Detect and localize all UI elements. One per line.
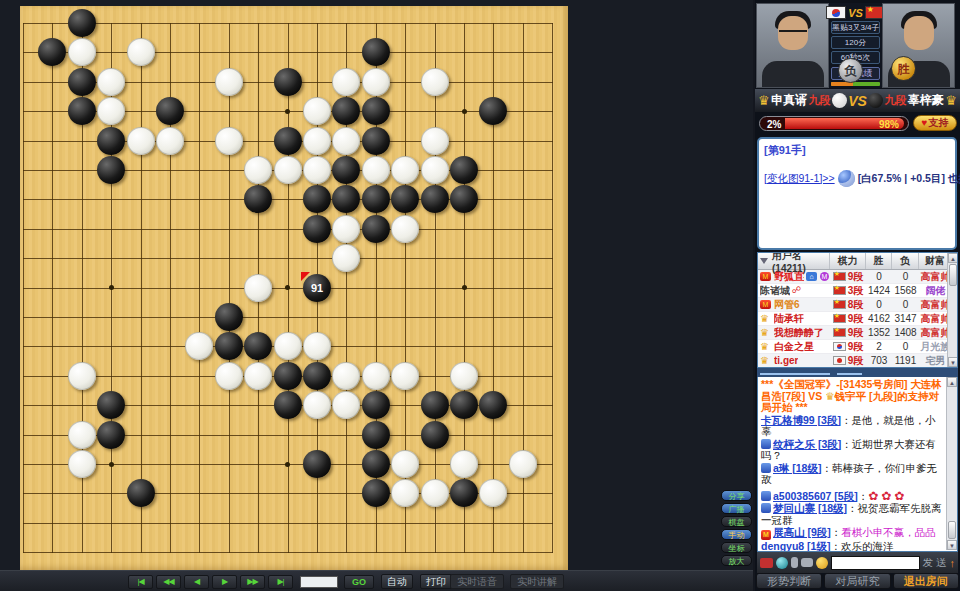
globe-icon[interactable]	[776, 557, 788, 569]
black-stone	[362, 479, 390, 507]
board-side-buttons: 分享广播棋盘手动坐标放大	[721, 488, 752, 568]
wins-cell: 0	[866, 270, 892, 283]
send-button[interactable]: 发 送	[923, 556, 947, 570]
strength-cell: 3段	[830, 284, 866, 297]
wins-cell: 0	[866, 298, 892, 311]
user-name: 网管6	[774, 298, 800, 312]
table-body: M野狐直播1⌂M9段00高富帅陈诸城☍3段14241568阔佬M网管68段00高…	[758, 270, 957, 368]
ai-engine-icon	[838, 170, 855, 187]
table-scrollbar[interactable]: ▲ ▼	[947, 253, 957, 367]
pin-icon: ☍	[792, 286, 803, 295]
chat-message: 纹枰之乐 [3段]：近期世界大赛还有吗？	[761, 439, 945, 462]
situation-judge-button[interactable]: 形势判断	[756, 573, 822, 589]
star-point	[285, 285, 290, 290]
black-stone	[450, 391, 478, 419]
strength-cell: 9段	[830, 270, 866, 283]
chat-scrollbar[interactable]: ▲ ▼	[946, 377, 957, 550]
first-move-button[interactable]: |◀	[128, 575, 153, 589]
black-stone	[362, 421, 390, 449]
white-stone	[362, 362, 390, 390]
star-point	[109, 462, 114, 467]
korea-flag-icon	[826, 6, 846, 19]
user-cell: M网管6	[758, 298, 830, 311]
white-stone	[303, 391, 331, 419]
live-voice-button[interactable]: 实时语音	[450, 574, 504, 589]
user-cell: ♛陆承轩	[758, 312, 830, 325]
white-stone	[391, 450, 419, 478]
rose-icon: ✿	[894, 489, 904, 503]
black-stone	[450, 156, 478, 184]
goban[interactable]: 91	[20, 6, 568, 570]
black-stone	[68, 9, 96, 37]
black-stone	[127, 479, 155, 507]
white-stone	[421, 479, 449, 507]
move-number-input[interactable]	[300, 576, 338, 588]
rose-icon: ✿	[868, 489, 878, 503]
black-stone	[362, 391, 390, 419]
black-stone	[362, 38, 390, 66]
grid-line	[23, 317, 553, 318]
strength-cell: 9段	[830, 354, 866, 367]
support-button[interactable]: ♥支持	[913, 115, 957, 131]
black-stone	[391, 185, 419, 213]
white-stone	[185, 332, 213, 360]
vs-label: VS	[848, 93, 867, 109]
crown-icon: ♛	[760, 356, 771, 365]
chat-text: 看棋小申不赢，品品	[841, 526, 936, 538]
crown-icon: ♛	[825, 390, 834, 402]
white-stone	[391, 362, 419, 390]
svip-icon: M	[760, 272, 771, 281]
grid-line	[23, 523, 553, 524]
right-player-rank: 九段	[885, 93, 907, 108]
jp-flag-icon	[833, 356, 846, 365]
star-point	[285, 462, 290, 467]
star-point	[462, 285, 467, 290]
scroll-down-icon[interactable]: ▼	[947, 540, 957, 550]
chat-message: a琳 [18级]：韩棒孩子，你们申爹无敌	[761, 463, 945, 486]
white-stone	[362, 156, 390, 184]
losses-cell: 0	[892, 298, 919, 311]
move-number-label: 91	[303, 274, 331, 302]
side-button-分享[interactable]: 分享	[721, 490, 752, 501]
left-player-name: 申真谞	[771, 92, 807, 109]
white-stone	[97, 97, 125, 125]
left-player-result-badge: 负	[838, 58, 863, 83]
last-move-stone: 91	[303, 274, 331, 302]
black-stone	[332, 156, 360, 184]
chat-colon: ：	[830, 540, 841, 552]
black-stone	[303, 450, 331, 478]
chat-announcement: ***《全国冠军》-[31435号房间] 大连林昌浩[7段] VS ♛钱宇平 […	[761, 379, 945, 414]
black-stone	[362, 215, 390, 243]
camera-icon[interactable]	[760, 558, 773, 568]
wins-cell: 1424	[866, 284, 892, 297]
black-stone	[274, 127, 302, 155]
losses-cell: 1408	[892, 326, 919, 339]
black-stone	[97, 391, 125, 419]
white-stone	[509, 450, 537, 478]
chat-user-link[interactable]: 梦回山寨 [18级]	[773, 502, 847, 514]
table-row[interactable]: ♛我想静静了9段13521408高富帅	[758, 326, 957, 340]
white-stone	[68, 421, 96, 449]
cn-flag-icon	[833, 328, 846, 337]
black-stone	[332, 97, 360, 125]
white-stone	[332, 68, 360, 96]
white-stone	[450, 362, 478, 390]
white-stone	[274, 156, 302, 184]
ai-info-panel: [第91手] [变化图91-1]>> [白67.5% | +0.5目] 也挺好	[757, 137, 957, 250]
user-name: 陈诸城	[760, 284, 790, 298]
crown-icon: M	[761, 530, 771, 540]
chat-message-input[interactable]	[831, 556, 920, 570]
strength-cell: 8段	[830, 298, 866, 311]
chat-message: 卡瓦格博99 [3段]：是他，就是他，小辜	[761, 415, 945, 438]
black-stone	[68, 97, 96, 125]
chat-colon: ：	[821, 462, 832, 474]
side-button-放大[interactable]: 放大	[721, 555, 752, 566]
left-support-pct: 2%	[767, 118, 781, 131]
fast-forward-button[interactable]: ▶▶	[240, 575, 265, 589]
white-stone	[332, 127, 360, 155]
white-stone	[421, 68, 449, 96]
losses-cell: 3147	[892, 312, 919, 325]
rank-label: 9段	[848, 326, 864, 340]
chat-text: 欢乐的海洋	[841, 540, 894, 552]
fast-back-button[interactable]: ◀◀	[156, 575, 181, 589]
ai-eval-text: [白67.5% | +0.5目] 也挺好	[858, 172, 960, 186]
rank-label: 3段	[848, 284, 864, 298]
white-stone	[215, 68, 243, 96]
right-panel: VS 黑贴3又3/4子 120分 60秒5次 历史战绩 负 胜 ♛ 申真谞 九段	[755, 0, 960, 591]
forward-button[interactable]: ▶	[212, 575, 237, 589]
cn-flag-icon	[833, 300, 846, 309]
exit-room-button[interactable]: 退出房间	[893, 573, 959, 589]
heart-icon: ♥	[922, 117, 928, 128]
chat-colon: ：	[858, 490, 869, 502]
white-stone	[127, 38, 155, 66]
komi-rule: 黑贴3又3/4子	[831, 21, 880, 34]
white-stone	[68, 362, 96, 390]
table-row[interactable]: M野狐直播1⌂M9段00高富帅	[758, 270, 957, 284]
losses-cell: 0	[892, 270, 919, 283]
user-name: ti.ger	[774, 355, 798, 366]
chat-user-link[interactable]: 展高山 [9段]	[773, 526, 831, 538]
grid-line	[552, 23, 553, 553]
white-stone	[244, 156, 272, 184]
white-stone	[303, 332, 331, 360]
blue-icon	[761, 491, 771, 501]
crown-icon: ♛	[760, 328, 771, 337]
last-move-button[interactable]: ▶|	[268, 575, 293, 589]
black-stone	[362, 450, 390, 478]
scroll-up-icon[interactable]: ▲	[947, 377, 957, 387]
home-icon: ⌂	[806, 272, 817, 281]
user-cell: ♛ti.ger	[758, 354, 830, 367]
black-stone	[421, 421, 449, 449]
black-stone	[362, 127, 390, 155]
room-buttons: 形势判断对局研究退出房间	[756, 573, 959, 589]
chat-input-row: 发 送 ↑	[757, 552, 958, 573]
chat-colon: ：	[841, 438, 852, 450]
filter-icon[interactable]	[760, 258, 768, 264]
table-row[interactable]: ♛白金之星9段20月光族	[758, 340, 957, 354]
right-player-name: 辜梓豪	[908, 92, 944, 109]
losses-cell: 1568	[892, 284, 919, 297]
spectator-table: 用户名(14211) 棋力 胜 负 财富 M野狐直播1⌂M9段00高富帅陈诸城☍…	[757, 252, 958, 368]
white-stone	[332, 215, 360, 243]
kr-flag-icon	[833, 342, 846, 351]
user-name: 陆承轩	[774, 312, 804, 326]
white-stone	[362, 68, 390, 96]
table-header: 用户名(14211) 棋力 胜 负 财富	[758, 253, 957, 270]
rank-label: 9段	[848, 270, 864, 284]
user-cell: ♛我想静静了	[758, 326, 830, 339]
go-button[interactable]: GO	[344, 575, 374, 589]
scroll-down-icon[interactable]: ▼	[948, 357, 958, 367]
star-point	[109, 285, 114, 290]
user-name: 白金之星	[774, 340, 814, 354]
wins-cell: 4162	[866, 312, 892, 325]
losses-cell: 0	[892, 340, 919, 353]
black-stone	[479, 391, 507, 419]
black-stone	[421, 185, 449, 213]
wins-cell: 1352	[866, 326, 892, 339]
chat-message: dengyu8 [1级]：欢乐的海洋	[761, 541, 945, 552]
losses-cell: 1191	[892, 354, 919, 367]
microphone-icon[interactable]	[791, 557, 798, 568]
black-stone	[68, 68, 96, 96]
speech-bubble-icon[interactable]	[801, 558, 813, 567]
cn-flag-icon	[833, 286, 846, 295]
black-stone	[244, 332, 272, 360]
chat-message: a500385607 [5段]：✿✿✿	[761, 491, 945, 503]
rose-icon: ✿	[881, 489, 891, 503]
black-stone	[303, 215, 331, 243]
chat-clipped-line	[757, 368, 958, 377]
star-point	[285, 109, 290, 114]
blue-icon	[761, 463, 771, 473]
black-stone	[303, 362, 331, 390]
side-button-广播[interactable]: 广播	[721, 503, 752, 514]
chat-user-link[interactable]: dengyu8 [1级]	[761, 540, 830, 552]
black-stone	[362, 185, 390, 213]
black-stone	[38, 38, 66, 66]
chat-message: M展高山 [9段]：看棋小申不赢，品品	[761, 527, 945, 540]
white-stone	[450, 450, 478, 478]
table-row[interactable]: 陈诸城☍3段14241568阔佬	[758, 284, 957, 298]
rank-label: 8段	[848, 298, 864, 312]
auto-play-button[interactable]: 自动	[381, 574, 413, 589]
user-name: 野狐直播1	[774, 270, 804, 284]
left-player-photo	[756, 3, 829, 88]
strength-cell: 9段	[830, 312, 866, 325]
white-stone	[215, 362, 243, 390]
right-player-result-badge: 胜	[891, 56, 916, 81]
white-stone	[156, 127, 184, 155]
black-stone	[303, 185, 331, 213]
glasses-icon	[779, 30, 807, 38]
chat-colon: ：	[847, 502, 858, 514]
side-button-手动[interactable]: 手动	[721, 529, 752, 540]
black-stone	[97, 421, 125, 449]
history-ratio-bar	[831, 82, 880, 86]
cn-flag-icon	[833, 314, 846, 323]
white-stone	[421, 156, 449, 184]
wins-cell: 2	[866, 340, 892, 353]
chat-user-link[interactable]: a琳 [18级]	[773, 462, 821, 474]
white-stone	[274, 332, 302, 360]
white-stone	[332, 244, 360, 272]
black-stone	[362, 97, 390, 125]
blue-icon	[761, 439, 771, 449]
user-cell: ♛白金之星	[758, 340, 830, 353]
go-client-window: 91 分享广播棋盘手动坐标放大 |◀◀◀◀▶▶▶▶| GO 自动 打印 实时语音…	[0, 0, 960, 591]
black-stone	[479, 97, 507, 125]
live-lecture-button[interactable]: 实时讲解	[510, 574, 564, 589]
user-cell: M野狐直播1⌂M	[758, 270, 830, 283]
move-number-label: [第91手]	[764, 143, 950, 158]
table-row[interactable]: ♛ti.ger9段7031191宅男	[758, 354, 957, 368]
white-stone	[244, 274, 272, 302]
grid-line	[435, 23, 436, 553]
chat-colon: ：	[841, 414, 852, 426]
white-stone	[391, 156, 419, 184]
black-stone	[244, 185, 272, 213]
crown-icon: ♛	[760, 314, 771, 323]
left-player-rank: 九段	[808, 93, 830, 108]
star-point	[462, 109, 467, 114]
send-arrow-icon[interactable]: ↑	[950, 557, 956, 569]
rank-label: 9段	[848, 312, 864, 326]
black-stone	[274, 362, 302, 390]
support-percentage-bar: 2% 98%	[759, 116, 909, 131]
white-stone	[127, 127, 155, 155]
white-stone	[68, 450, 96, 478]
white-stone	[244, 362, 272, 390]
black-stone	[274, 68, 302, 96]
emoji-icon[interactable]	[816, 557, 828, 569]
vs-label: VS	[848, 7, 863, 19]
user-name: 我想静静了	[774, 326, 824, 340]
side-button-坐标[interactable]: 坐标	[721, 542, 752, 553]
player-name-bar: ♛ 申真谞 九段 VS 九段 辜梓豪 ♛	[755, 89, 960, 112]
print-button[interactable]: 打印	[420, 574, 452, 589]
variation-diagram-link[interactable]: [变化图91-1]>>	[764, 172, 835, 186]
black-stone	[332, 185, 360, 213]
chat-colon: ：	[831, 526, 842, 538]
black-stone	[97, 127, 125, 155]
strength-cell: 9段	[830, 340, 866, 353]
chat-user-link[interactable]: 纹枰之乐 [3段]	[773, 438, 841, 450]
white-stone	[68, 38, 96, 66]
black-stone	[215, 303, 243, 331]
scroll-up-icon[interactable]: ▲	[948, 253, 958, 263]
main-time-rule: 120分	[831, 36, 880, 49]
white-stone	[391, 479, 419, 507]
black-stone	[421, 391, 449, 419]
black-stone-icon	[868, 93, 883, 108]
white-stone	[303, 156, 331, 184]
white-stone	[215, 127, 243, 155]
side-button-棋盘[interactable]: 棋盘	[721, 516, 752, 527]
wins-cell: 703	[866, 354, 892, 367]
white-stone	[303, 97, 331, 125]
black-stone	[215, 332, 243, 360]
white-stone-icon	[832, 93, 847, 108]
chat-user-link[interactable]: a500385607 [5段]	[773, 490, 858, 502]
white-stone	[97, 68, 125, 96]
playback-controls: |◀◀◀◀▶▶▶▶| GO 自动 打印	[128, 574, 452, 589]
chat-user-link[interactable]: 卡瓦格博99 [3段]	[761, 414, 841, 426]
mcoin-icon: M	[820, 272, 829, 281]
support-row: 2% 98% ♥支持	[755, 112, 960, 135]
black-stone	[156, 97, 184, 125]
game-research-button[interactable]: 对局研究	[824, 573, 890, 589]
crown-icon: ♛	[945, 91, 957, 111]
black-stone	[97, 156, 125, 184]
cn-flag-icon	[833, 272, 846, 281]
crown-icon: ♛	[758, 91, 770, 111]
crown-icon: ♛	[760, 342, 771, 351]
back-button[interactable]: ◀	[184, 575, 209, 589]
right-support-pct: 98%	[879, 118, 899, 131]
white-stone	[479, 479, 507, 507]
board-zone: 91 分享广播棋盘手动坐标放大	[0, 0, 753, 570]
strength-cell: 9段	[830, 326, 866, 339]
white-stone	[303, 127, 331, 155]
table-row[interactable]: ♛陆承轩9段41623147高富帅	[758, 312, 957, 326]
blue-icon	[761, 503, 771, 513]
chat-message: 梦回山寨 [18级]：祝贺恶霸军先脱离一冠群	[761, 503, 945, 526]
white-stone	[421, 127, 449, 155]
chat-area: ***《全国冠军》-[31435号房间] 大连林昌浩[7段] VS ♛钱宇平 […	[757, 377, 958, 552]
white-stone	[391, 215, 419, 243]
svip-icon: M	[760, 300, 771, 309]
white-stone	[332, 362, 360, 390]
black-stone	[450, 185, 478, 213]
black-stone	[450, 479, 478, 507]
table-row[interactable]: M网管68段00高富帅	[758, 298, 957, 312]
grid-line	[23, 552, 553, 553]
white-stone	[332, 391, 360, 419]
user-cell: 陈诸城☍	[758, 284, 830, 297]
rank-label: 9段	[848, 354, 864, 368]
playback-bar: |◀◀◀◀▶▶▶▶| GO 自动 打印 实时语音 实时讲解	[0, 570, 753, 591]
black-stone	[274, 391, 302, 419]
rank-label: 9段	[848, 340, 864, 354]
